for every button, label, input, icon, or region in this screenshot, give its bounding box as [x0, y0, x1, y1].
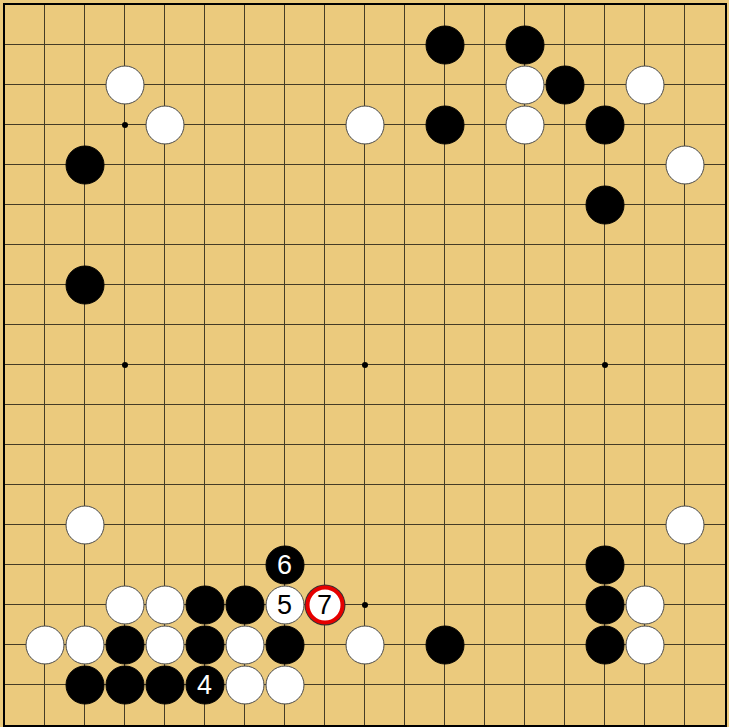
grid-cell: [205, 445, 245, 485]
grid-cell: [5, 445, 45, 485]
grid-cell: [445, 325, 485, 365]
white-stone[interactable]: [65, 625, 104, 664]
grid-cell: [485, 565, 525, 605]
grid-cell: [525, 405, 565, 445]
grid-cell: [5, 685, 45, 725]
black-stone[interactable]: [105, 625, 144, 664]
grid-cell: [85, 445, 125, 485]
grid-cell: [445, 525, 485, 565]
grid-cell: [685, 325, 725, 365]
grid-cell: [245, 125, 285, 165]
grid-cell: [245, 45, 285, 85]
grid-cell: [325, 45, 365, 85]
grid-cell: [485, 285, 525, 325]
grid-cell: [85, 325, 125, 365]
grid-cell: [685, 445, 725, 485]
star-point: [362, 602, 368, 608]
move-number-label: 4: [197, 671, 212, 698]
grid-cell: [165, 365, 205, 405]
grid-cell: [125, 245, 165, 285]
grid-cell: [645, 245, 685, 285]
grid-cell: [125, 205, 165, 245]
grid-cell: [285, 285, 325, 325]
grid-cell: [565, 405, 605, 445]
grid-cell: [205, 45, 245, 85]
grid-cell: [685, 365, 725, 405]
black-stone[interactable]: [585, 105, 624, 144]
white-stone[interactable]: [665, 505, 704, 544]
grid-cell: [445, 445, 485, 485]
grid-cell: [325, 245, 365, 285]
grid-cell: [245, 5, 285, 45]
grid-cell: [165, 525, 205, 565]
grid-cell: [565, 445, 605, 485]
grid-cell: [605, 485, 645, 525]
grid-cell: [445, 405, 485, 445]
grid-cell: [565, 485, 605, 525]
black-stone[interactable]: [65, 665, 104, 704]
grid-cell: [165, 165, 205, 205]
grid-cell: [205, 285, 245, 325]
grid-cell: [325, 685, 365, 725]
white-stone[interactable]: [625, 65, 664, 104]
grid-cell: [245, 205, 285, 245]
grid-cell: [645, 325, 685, 365]
grid-cell: [285, 245, 325, 285]
grid-cell: [5, 125, 45, 165]
grid-cell: [365, 685, 405, 725]
grid-cell: [445, 165, 485, 205]
black-stone[interactable]: [265, 625, 304, 664]
grid-cell: [85, 5, 125, 45]
grid-cell: [285, 85, 325, 125]
grid-cell: [165, 245, 205, 285]
grid-cell: [565, 5, 605, 45]
grid-cell: [485, 645, 525, 685]
grid-cell: [605, 5, 645, 45]
grid-cell: [285, 5, 325, 45]
grid-cell: [605, 685, 645, 725]
grid-cell: [525, 565, 565, 605]
grid-cell: [165, 325, 205, 365]
grid-cell: [525, 525, 565, 565]
grid-cell: [445, 565, 485, 605]
grid-cell: [485, 245, 525, 285]
grid-cell: [605, 285, 645, 325]
grid-cell: [45, 325, 85, 365]
grid-cell: [565, 365, 605, 405]
grid-cell: [525, 645, 565, 685]
grid-cell: [245, 85, 285, 125]
grid-cell: [405, 685, 445, 725]
grid-cell: [325, 365, 365, 405]
grid-cell: [5, 365, 45, 405]
grid-cell: [165, 485, 205, 525]
white-stone[interactable]: [625, 625, 664, 664]
grid-cell: [125, 485, 165, 525]
grid-cell: [245, 445, 285, 485]
grid-cell: [5, 325, 45, 365]
grid-cell: [485, 405, 525, 445]
grid-cell: [525, 445, 565, 485]
grid-cell: [285, 125, 325, 165]
grid-cell: [45, 565, 85, 605]
white-stone[interactable]: [65, 505, 104, 544]
white-stone[interactable]: [625, 585, 664, 624]
grid-cell: [285, 165, 325, 205]
grid-cell: [205, 205, 245, 245]
white-stone[interactable]: [505, 105, 544, 144]
grid-cell: [205, 85, 245, 125]
star-point: [362, 362, 368, 368]
grid-cell: [685, 85, 725, 125]
grid-cell: [685, 45, 725, 85]
grid-cell: [5, 485, 45, 525]
grid-cell: [245, 365, 285, 405]
grid-cell: [485, 165, 525, 205]
grid-cell: [165, 45, 205, 85]
grid-cell: [645, 5, 685, 45]
grid-cell: [445, 485, 485, 525]
grid-cell: [205, 485, 245, 525]
grid-cell: [125, 5, 165, 45]
grid-cell: [525, 205, 565, 245]
grid-cell: [165, 405, 205, 445]
move-number-label: 5: [277, 591, 292, 618]
black-stone[interactable]: [225, 585, 264, 624]
black-stone[interactable]: [185, 625, 224, 664]
grid-cell: [205, 325, 245, 365]
move-number-label: 6: [277, 551, 292, 578]
grid-cell: [365, 485, 405, 525]
grid-cell: [565, 285, 605, 325]
grid-cell: [45, 85, 85, 125]
grid-cell: [365, 5, 405, 45]
go-board[interactable]: 6457: [0, 0, 729, 727]
grid-cell: [205, 245, 245, 285]
grid-cell: [5, 405, 45, 445]
grid-cell: [685, 685, 725, 725]
grid-cell: [205, 5, 245, 45]
grid-cell: [45, 445, 85, 485]
grid-cell: [285, 325, 325, 365]
grid-cell: [325, 485, 365, 525]
grid-cell: [645, 685, 685, 725]
grid-cell: [365, 525, 405, 565]
white-stone[interactable]: [105, 585, 144, 624]
grid-cell: [5, 565, 45, 605]
grid-cell: [205, 125, 245, 165]
grid-cell: [5, 165, 45, 205]
grid-cell: [605, 365, 645, 405]
grid-cell: [245, 405, 285, 445]
grid-cell: [685, 205, 725, 245]
black-stone[interactable]: [505, 25, 544, 64]
grid-cell: [5, 245, 45, 285]
grid-cell: [685, 405, 725, 445]
grid-cell: [165, 205, 205, 245]
grid-cell: [325, 165, 365, 205]
white-stone[interactable]: [25, 625, 64, 664]
grid-cell: [365, 565, 405, 605]
grid-cell: [405, 205, 445, 245]
grid-cell: [485, 605, 525, 645]
grid-cell: [605, 405, 645, 445]
grid-cell: [325, 445, 365, 485]
black-stone[interactable]: [425, 25, 464, 64]
grid-cell: [125, 525, 165, 565]
grid-cell: [125, 445, 165, 485]
grid-cell: [405, 525, 445, 565]
black-stone[interactable]: [585, 585, 624, 624]
grid-cell: [685, 605, 725, 645]
grid-cell: [365, 245, 405, 285]
grid-cell: [165, 5, 205, 45]
grid-cell: [485, 525, 525, 565]
black-stone-move-4[interactable]: 4: [185, 665, 224, 704]
grid-cell: [205, 165, 245, 205]
star-point: [602, 362, 608, 368]
grid-cell: [245, 285, 285, 325]
grid-cell: [445, 685, 485, 725]
grid-cell: [525, 165, 565, 205]
grid-cell: [365, 45, 405, 85]
grid-cell: [405, 365, 445, 405]
grid-cell: [525, 285, 565, 325]
grid-cell: [165, 285, 205, 325]
grid-cell: [285, 205, 325, 245]
grid-cell: [245, 245, 285, 285]
grid-cell: [45, 365, 85, 405]
grid-cell: [605, 445, 645, 485]
grid-cell: [485, 445, 525, 485]
white-stone[interactable]: [505, 65, 544, 104]
grid-cell: [125, 365, 165, 405]
grid-cell: [5, 45, 45, 85]
grid-cell: [645, 205, 685, 245]
grid-cell: [325, 205, 365, 245]
grid-cell: [205, 405, 245, 445]
grid-cell: [405, 485, 445, 525]
grid-cell: [285, 485, 325, 525]
grid-cell: [85, 365, 125, 405]
black-stone[interactable]: [105, 665, 144, 704]
grid-cell: [485, 205, 525, 245]
grid-cell: [525, 245, 565, 285]
grid-cell: [125, 325, 165, 365]
grid-cell: [5, 285, 45, 325]
grid-cell: [525, 325, 565, 365]
grid-cell: [245, 325, 285, 365]
white-stone[interactable]: [225, 665, 264, 704]
black-stone[interactable]: [185, 585, 224, 624]
grid-cell: [525, 605, 565, 645]
grid-cell: [285, 405, 325, 445]
grid-cell: [245, 165, 285, 205]
grid-cell: [445, 245, 485, 285]
grid-cell: [565, 245, 605, 285]
grid-cell: [5, 85, 45, 125]
grid-cell: [205, 365, 245, 405]
white-stone-move-5[interactable]: 5: [265, 585, 304, 624]
black-stone[interactable]: [65, 265, 104, 304]
grid-cell: [125, 405, 165, 445]
grid-cell: [45, 45, 85, 85]
grid-cell: [605, 245, 645, 285]
white-stone[interactable]: [265, 665, 304, 704]
grid-cell: [525, 685, 565, 725]
grid-cell: [685, 565, 725, 605]
white-stone[interactable]: [665, 145, 704, 184]
grid-cell: [125, 165, 165, 205]
grid-cell: [285, 445, 325, 485]
grid-cell: [365, 325, 405, 365]
grid-cell: [565, 325, 605, 365]
grid-cell: [45, 205, 85, 245]
grid-cell: [405, 165, 445, 205]
grid-cell: [685, 285, 725, 325]
grid-cell: [405, 245, 445, 285]
grid-cell: [285, 45, 325, 85]
grid-cell: [325, 525, 365, 565]
grid-cell: [485, 325, 525, 365]
grid-cell: [405, 405, 445, 445]
white-stone[interactable]: [345, 105, 384, 144]
star-point: [122, 122, 128, 128]
grid-cell: [525, 365, 565, 405]
grid-cell: [125, 285, 165, 325]
white-stone[interactable]: [145, 105, 184, 144]
black-stone-move-6[interactable]: 6: [265, 545, 304, 584]
grid-cell: [645, 405, 685, 445]
grid-cell: [405, 285, 445, 325]
grid-cell: [365, 445, 405, 485]
grid-cell: [325, 285, 365, 325]
grid-cell: [285, 365, 325, 405]
grid-cell: [5, 5, 45, 45]
grid-cell: [485, 485, 525, 525]
grid-cell: [325, 405, 365, 445]
grid-cell: [165, 445, 205, 485]
white-stone[interactable]: [345, 625, 384, 664]
grid-cell: [325, 325, 365, 365]
grid-cell: [325, 5, 365, 45]
grid-cell: [365, 205, 405, 245]
black-stone[interactable]: [425, 105, 464, 144]
grid-cell: [605, 325, 645, 365]
black-stone[interactable]: [585, 625, 624, 664]
grid-cell: [405, 325, 445, 365]
black-stone[interactable]: [65, 145, 104, 184]
grid-cell: [645, 285, 685, 325]
grid-cell: [45, 405, 85, 445]
white-stone[interactable]: [145, 625, 184, 664]
star-point: [122, 362, 128, 368]
grid-cell: [685, 5, 725, 45]
grid-cell: [485, 685, 525, 725]
grid-cell: [365, 365, 405, 405]
grid-cell: [365, 285, 405, 325]
grid-cell: [5, 205, 45, 245]
grid-cell: [565, 685, 605, 725]
grid-cell: [365, 165, 405, 205]
grid-cell: [205, 525, 245, 565]
black-stone[interactable]: [585, 185, 624, 224]
black-stone[interactable]: [425, 625, 464, 664]
black-stone[interactable]: [585, 545, 624, 584]
grid-cell: [485, 365, 525, 405]
grid-cell: [445, 285, 485, 325]
grid-cell: [685, 645, 725, 685]
grid-cell: [645, 445, 685, 485]
grid-cell: [405, 445, 445, 485]
black-stone[interactable]: [145, 665, 184, 704]
grid-cell: [525, 485, 565, 525]
grid-cell: [245, 485, 285, 525]
white-stone-move-7[interactable]: 7: [305, 585, 344, 624]
grid-cell: [685, 245, 725, 285]
grid-cell: [445, 205, 485, 245]
grid-cell: [85, 205, 125, 245]
grid-cell: [405, 565, 445, 605]
black-stone[interactable]: [545, 65, 584, 104]
grid-cell: [365, 405, 405, 445]
white-stone[interactable]: [225, 625, 264, 664]
grid-cell: [445, 365, 485, 405]
move-number-label: 7: [317, 591, 332, 618]
grid-cell: [45, 5, 85, 45]
white-stone[interactable]: [105, 65, 144, 104]
white-stone[interactable]: [145, 585, 184, 624]
grid-cell: [645, 365, 685, 405]
grid-cell: [85, 405, 125, 445]
grid-cell: [5, 525, 45, 565]
